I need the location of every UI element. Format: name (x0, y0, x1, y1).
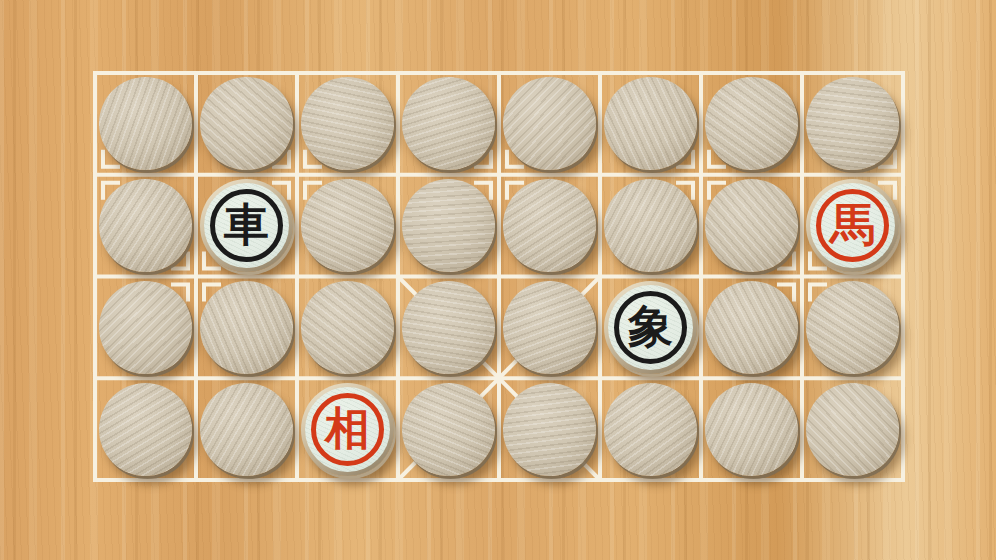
piece-face: 車 (204, 183, 289, 268)
wood-grain-texture (99, 179, 192, 272)
face-down-piece-r1c2[interactable] (200, 77, 293, 170)
face-down-piece-r4c5[interactable] (503, 383, 596, 476)
piece-red-horse[interactable]: 馬 (806, 179, 899, 272)
piece-glyph: 相 (325, 406, 370, 451)
banqi-table: 車馬象相 (0, 0, 996, 560)
wood-grain-texture (402, 281, 495, 374)
face-down-piece-r3c8[interactable] (806, 281, 899, 374)
piece-ring: 相 (311, 393, 384, 466)
face-down-piece-r1c3[interactable] (301, 77, 394, 170)
face-down-piece-r3c5[interactable] (503, 281, 596, 374)
wood-grain-texture (604, 383, 697, 476)
face-down-piece-r1c7[interactable] (705, 77, 798, 170)
wood-grain-texture (402, 77, 495, 170)
face-down-piece-r2c4[interactable] (402, 179, 495, 272)
face-down-piece-r1c6[interactable] (604, 77, 697, 170)
piece-face: 馬 (810, 183, 895, 268)
face-down-piece-r2c1[interactable] (99, 179, 192, 272)
face-down-piece-r2c3[interactable] (301, 179, 394, 272)
face-down-piece-r4c1[interactable] (99, 383, 192, 476)
face-down-piece-r3c7[interactable] (705, 281, 798, 374)
wood-grain-texture (503, 77, 596, 170)
face-down-piece-r1c5[interactable] (503, 77, 596, 170)
face-down-piece-r4c2[interactable] (200, 383, 293, 476)
wood-grain-texture (99, 383, 192, 476)
wood-grain-texture (301, 179, 394, 272)
piece-ring: 象 (614, 291, 687, 364)
wood-grain-texture (402, 383, 495, 476)
wood-grain-texture (604, 77, 697, 170)
face-down-piece-r3c3[interactable] (301, 281, 394, 374)
wood-grain-texture (503, 179, 596, 272)
wood-grain-texture (503, 281, 596, 374)
wood-grain-texture (604, 179, 697, 272)
wood-grain-texture (806, 77, 899, 170)
face-down-piece-r4c8[interactable] (806, 383, 899, 476)
piece-glyph: 車 (224, 202, 269, 247)
wood-grain-texture (705, 77, 798, 170)
piece-ring: 馬 (816, 189, 889, 262)
face-down-piece-r2c5[interactable] (503, 179, 596, 272)
wood-grain-texture (402, 179, 495, 272)
wood-grain-texture (503, 383, 596, 476)
face-down-piece-r1c8[interactable] (806, 77, 899, 170)
piece-black-chariot[interactable]: 車 (200, 179, 293, 272)
piece-ring: 車 (210, 189, 283, 262)
wood-grain-texture (200, 383, 293, 476)
face-down-piece-r4c4[interactable] (402, 383, 495, 476)
piece-face: 相 (305, 387, 390, 472)
face-down-piece-r1c4[interactable] (402, 77, 495, 170)
face-down-piece-r4c7[interactable] (705, 383, 798, 476)
piece-black-elephant[interactable]: 象 (604, 281, 697, 374)
piece-glyph: 象 (628, 304, 673, 349)
piece-red-minister[interactable]: 相 (301, 383, 394, 476)
wood-grain-texture (301, 77, 394, 170)
wood-grain-texture (200, 77, 293, 170)
piece-glyph: 馬 (830, 202, 875, 247)
banqi-board: 車馬象相 (0, 0, 996, 560)
face-down-piece-r2c6[interactable] (604, 179, 697, 272)
face-down-piece-r1c1[interactable] (99, 77, 192, 170)
wood-grain-texture (705, 383, 798, 476)
face-down-piece-r3c4[interactable] (402, 281, 495, 374)
face-down-piece-r3c2[interactable] (200, 281, 293, 374)
face-down-piece-r4c6[interactable] (604, 383, 697, 476)
wood-grain-texture (99, 281, 192, 374)
wood-grain-texture (99, 77, 192, 170)
wood-grain-texture (806, 281, 899, 374)
wood-grain-texture (301, 281, 394, 374)
face-down-piece-r3c1[interactable] (99, 281, 192, 374)
wood-grain-texture (705, 281, 798, 374)
wood-grain-texture (200, 281, 293, 374)
face-down-piece-r2c7[interactable] (705, 179, 798, 272)
wood-grain-texture (705, 179, 798, 272)
wood-grain-texture (806, 383, 899, 476)
piece-face: 象 (608, 285, 693, 370)
